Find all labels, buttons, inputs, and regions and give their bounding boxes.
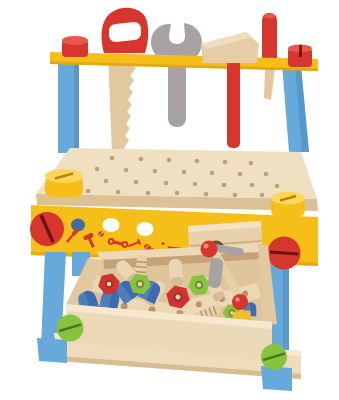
vice-red-ball-top — [201, 241, 218, 258]
workbench-scene — [0, 0, 339, 400]
benchtop-hole — [116, 190, 121, 195]
toy-wrench — [151, 23, 202, 127]
screwdriver-blade — [264, 69, 275, 100]
benchtop-hole — [175, 191, 180, 196]
green-screw-right — [261, 344, 287, 370]
benchtop-hole — [134, 180, 139, 185]
benchtop-hole — [223, 160, 228, 165]
bench-knob-left — [45, 169, 83, 197]
benchtop-hole — [222, 183, 227, 188]
benchtop-hole — [275, 184, 280, 189]
screwdriver-handle-top — [264, 14, 276, 19]
toy-saw — [102, 8, 149, 153]
benchtop-hole — [204, 192, 209, 197]
toy-screwdriver — [262, 13, 277, 100]
green-screw-left — [57, 315, 84, 342]
apron-knob-right-slot — [270, 252, 298, 254]
benchtop-hole — [249, 161, 254, 166]
apron-knob-left — [30, 212, 64, 246]
benchtop-hole — [238, 172, 243, 177]
apron-knob-right — [268, 237, 301, 270]
benchtop-hole — [139, 157, 144, 162]
benchtop-hole — [153, 169, 158, 174]
saw-handle — [102, 8, 149, 53]
benchtop-hole — [164, 181, 169, 186]
left-foot — [37, 338, 67, 363]
left-post-knob — [62, 36, 88, 57]
left-rear-post-shade — [74, 58, 79, 153]
saw-blade — [108, 54, 136, 153]
benchtop-hole — [86, 189, 91, 194]
benchtop-hole — [193, 182, 198, 187]
benchtop-hole — [104, 179, 109, 184]
bench-knob-right — [271, 192, 305, 218]
benchtop-hole — [260, 193, 265, 198]
right-post-knob — [288, 45, 312, 68]
benchtop-hole — [250, 183, 255, 188]
benchtop-hole — [210, 171, 215, 176]
toy-mallet — [201, 32, 259, 148]
print-screwhead-icon — [98, 231, 103, 236]
toy-workbench-photo — [0, 0, 339, 400]
vice-red-ball-bottom — [232, 294, 248, 310]
benchtop-hole — [124, 168, 129, 173]
benchtop-hole — [233, 193, 238, 198]
apron-white-hole-1 — [103, 218, 120, 232]
benchtop-hole — [167, 158, 172, 163]
print-dot — [162, 242, 165, 245]
benchtop-hole — [264, 172, 269, 177]
benchtop-hole — [195, 159, 200, 164]
mallet-handle — [227, 60, 240, 148]
benchtop-hole — [95, 167, 100, 172]
benchtop-hole — [110, 156, 115, 161]
apron-white-hole-2 — [137, 222, 154, 236]
benchtop-hole — [182, 170, 187, 175]
benchtop-hole — [146, 191, 151, 196]
